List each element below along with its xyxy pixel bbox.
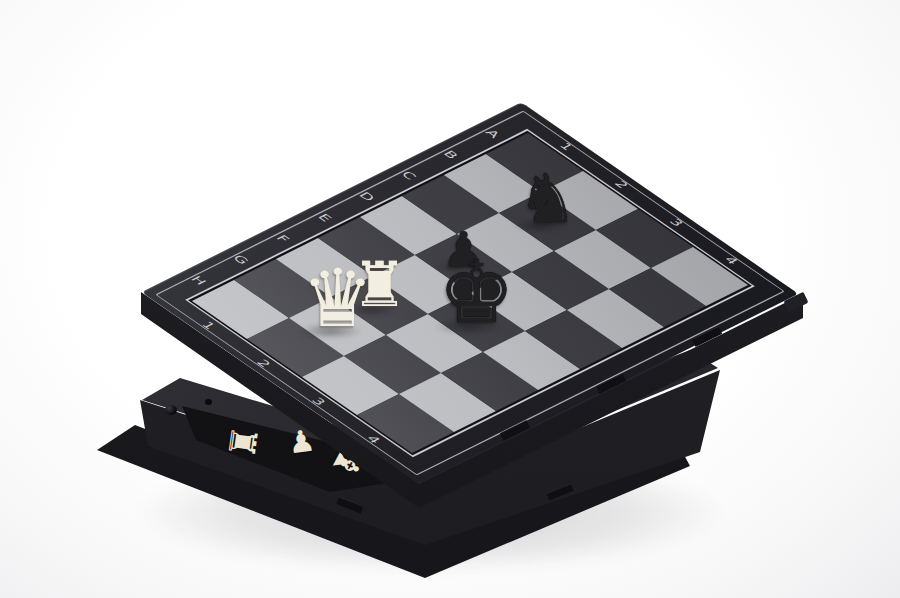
piece-black-knight-b2[interactable]: ♞: [514, 165, 582, 233]
piece-white-queen-g2[interactable]: ♛: [298, 259, 378, 339]
magnet-knob: [165, 405, 177, 415]
latch-hole: [205, 399, 212, 405]
piece-black-king-e3[interactable]: ♚: [434, 249, 520, 335]
photo-stage: ♜♟♝ HGFEDCBA11223344 ♛♜♟♚♞: [0, 0, 900, 598]
tray-piece-white-rook[interactable]: ♜: [222, 424, 262, 461]
